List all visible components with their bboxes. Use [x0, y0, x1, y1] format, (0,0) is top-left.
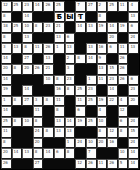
letter-cell-r15c3[interactable]: 13: [22, 148, 33, 159]
code-number: 1: [88, 76, 90, 81]
letter-cell-r9c6[interactable]: 16: [54, 85, 65, 96]
letter-cell-r12c10[interactable]: 10: [97, 117, 108, 128]
code-number: 26: [109, 160, 114, 165]
block-cell-r2c5: [43, 12, 54, 23]
code-number: 14: [77, 23, 82, 28]
letter-cell-r10c10[interactable]: 19: [97, 96, 108, 107]
letter-cell-r8c10[interactable]: 11: [97, 75, 108, 86]
letter-cell-r10c5[interactable]: 8: [43, 96, 54, 107]
block-cell-r11c13: [128, 106, 139, 117]
letter-cell-r1c5[interactable]: 26: [43, 1, 54, 12]
code-number: 18: [3, 23, 8, 28]
letter-cell-r2c6[interactable]: 16Б: [54, 12, 65, 23]
block-cell-r6c4: [33, 54, 44, 65]
letter-cell-r1c12[interactable]: 11: [118, 1, 129, 12]
letter-cell-r3c4[interactable]: 8: [33, 22, 44, 33]
code-number: 15: [109, 65, 114, 70]
letter-cell-r15c9[interactable]: 7: [86, 148, 97, 159]
letter-cell-r16c1[interactable]: 26: [1, 159, 12, 170]
code-number: 11: [99, 160, 104, 165]
block-cell-r2c9: [86, 12, 97, 23]
block-cell-r3c7: [65, 22, 76, 33]
letter-cell-r8c12[interactable]: 26: [118, 75, 129, 86]
code-number: 12: [77, 160, 82, 165]
letter-cell-r14c1[interactable]: 8: [1, 138, 12, 149]
letter-cell-r7c4[interactable]: 26: [33, 64, 44, 75]
code-number: 1: [67, 139, 69, 144]
block-cell-r14c6: [54, 138, 65, 149]
letter-cell-r6c5[interactable]: 13: [43, 54, 54, 65]
code-number: 11: [99, 76, 104, 81]
letter-cell-r14c8[interactable]: 24: [75, 138, 86, 149]
letter-cell-r15c6[interactable]: 6: [54, 148, 65, 159]
block-cell-r11c5: [43, 106, 54, 117]
letter-cell-r5c5[interactable]: 26: [43, 43, 54, 54]
block-cell-r6c2: [12, 54, 23, 65]
letter-cell-r4c1[interactable]: 8: [1, 33, 12, 44]
letter-cell-r1c8[interactable]: 7: [75, 1, 86, 12]
given-letter: Б: [55, 14, 64, 21]
block-cell-r16c5: [43, 159, 54, 170]
code-number: 13: [56, 128, 61, 133]
code-number: 14: [3, 107, 8, 112]
code-number: 26: [35, 65, 40, 70]
code-number: 25: [77, 86, 82, 91]
letter-cell-r16c9[interactable]: 26: [86, 159, 97, 170]
letter-cell-r1c13[interactable]: 4: [128, 1, 139, 12]
letter-cell-r11c12[interactable]: 12: [118, 106, 129, 117]
letter-cell-r8c6[interactable]: 8: [54, 75, 65, 86]
code-number: 19: [120, 23, 125, 28]
code-number: 1: [56, 44, 58, 49]
code-number: 3: [67, 65, 69, 70]
letter-cell-r5c3[interactable]: 8: [22, 43, 33, 54]
letter-cell-r13c5[interactable]: 8: [43, 127, 54, 138]
letter-cell-r10c1[interactable]: 1: [1, 96, 12, 107]
letter-cell-r8c1[interactable]: 14: [1, 75, 12, 86]
letter-cell-r10c11[interactable]: 22: [107, 96, 118, 107]
letter-cell-r3c2[interactable]: 25: [12, 22, 23, 33]
block-cell-r14c12: [118, 138, 129, 149]
letter-cell-r1c10[interactable]: 2: [97, 1, 108, 12]
code-number: 7: [88, 149, 90, 154]
code-number: 26: [120, 76, 125, 81]
letter-cell-r10c4[interactable]: 3: [33, 96, 44, 107]
block-cell-r13c3: [22, 127, 33, 138]
code-number: 14: [109, 86, 114, 91]
letter-cell-r8c11[interactable]: 23: [107, 75, 118, 86]
code-number: 6: [120, 118, 122, 123]
code-number: 14: [3, 76, 8, 81]
letter-cell-r1c6[interactable]: 25: [54, 1, 65, 12]
block-cell-r4c4: [33, 33, 44, 44]
letter-cell-r15c2[interactable]: 14: [12, 148, 23, 159]
block-cell-r13c9: [86, 127, 97, 138]
letter-cell-r5c12[interactable]: 11: [118, 43, 129, 54]
letter-cell-r1c11[interactable]: 25: [107, 1, 118, 12]
code-number: 26: [45, 2, 50, 7]
code-number: 26: [120, 55, 125, 60]
letter-cell-r4c3[interactable]: 13: [22, 33, 33, 44]
letter-cell-r15c5[interactable]: 14: [43, 148, 54, 159]
letter-cell-r3c1[interactable]: 18: [1, 22, 12, 33]
block-cell-r6c6: [54, 54, 65, 65]
letter-cell-r8c5[interactable]: 10: [43, 75, 54, 86]
letter-cell-r13c12[interactable]: 8: [118, 127, 129, 138]
letter-cell-r12c1[interactable]: 25: [1, 117, 12, 128]
block-cell-r4c9: [86, 33, 97, 44]
letter-cell-r16c10[interactable]: 11: [97, 159, 108, 170]
letter-cell-r12c6[interactable]: 13: [54, 117, 65, 128]
code-number: 8: [3, 139, 5, 144]
block-cell-r9c10: [97, 85, 108, 96]
letter-cell-r14c13[interactable]: 24: [128, 138, 139, 149]
letter-cell-r3c13[interactable]: 6: [128, 22, 139, 33]
code-number: 19: [99, 97, 104, 102]
code-number: 8: [77, 55, 79, 60]
code-number: 3: [3, 44, 5, 49]
code-number: 14: [67, 118, 72, 123]
code-number: 23: [67, 76, 72, 81]
code-number: 13: [99, 65, 104, 70]
code-number: 8: [14, 118, 16, 123]
code-number: 12: [3, 2, 8, 7]
code-number: 14: [130, 160, 135, 165]
letter-cell-r4c11[interactable]: 20: [107, 33, 118, 44]
code-number: 13: [67, 44, 72, 49]
letter-cell-r6c9[interactable]: 14: [86, 54, 97, 65]
block-cell-r12c11: [107, 117, 118, 128]
letter-cell-r12c4[interactable]: 8: [33, 117, 44, 128]
letter-cell-r5c7[interactable]: 13: [65, 43, 76, 54]
letter-cell-r10c9[interactable]: 25: [86, 96, 97, 107]
code-number: 16: [99, 44, 104, 49]
letter-cell-r7c11[interactable]: 15: [107, 64, 118, 75]
given-letter: Ы: [66, 14, 75, 21]
letter-cell-r7c5[interactable]: 21: [43, 64, 54, 75]
block-cell-r7c13: [128, 64, 139, 75]
block-cell-r11c2: [12, 106, 23, 117]
letter-cell-r12c8[interactable]: 19: [75, 117, 86, 128]
code-number: 26: [45, 44, 50, 49]
letter-cell-r1c4[interactable]: 14: [33, 1, 44, 12]
code-number: 13: [45, 55, 50, 60]
letter-cell-r10c12[interactable]: 4: [118, 96, 129, 107]
letter-cell-r11c4[interactable]: 11: [33, 106, 44, 117]
block-cell-r8c4: [33, 75, 44, 86]
code-number: 20: [35, 139, 40, 144]
block-cell-r16c6: [54, 159, 65, 170]
letter-cell-r5c13[interactable]: 13: [128, 43, 139, 54]
letter-cell-r4c6[interactable]: 13: [54, 33, 65, 44]
letter-cell-r6c12[interactable]: 26: [118, 54, 129, 65]
code-number: 10: [88, 139, 93, 144]
code-number: 8: [14, 65, 16, 70]
block-cell-r16c3: [22, 159, 33, 170]
letter-cell-r9c11[interactable]: 14: [107, 85, 118, 96]
letter-cell-r8c7[interactable]: 23: [65, 75, 76, 86]
block-cell-r11c11: [107, 106, 118, 117]
code-number: 23: [24, 2, 29, 7]
code-number: 8: [99, 128, 101, 133]
code-number: 8: [35, 23, 37, 28]
code-number: 24: [130, 139, 135, 144]
code-number: 25: [14, 2, 19, 7]
letter-cell-r7c12[interactable]: 26: [118, 64, 129, 75]
letter-cell-r12c13[interactable]: 24: [128, 117, 139, 128]
letter-cell-r5c4[interactable]: 11: [33, 43, 44, 54]
letter-cell-r7c7[interactable]: 3: [65, 64, 76, 75]
letter-cell-r11c10[interactable]: 4: [97, 106, 108, 117]
letter-cell-r6c3[interactable]: 27: [22, 54, 33, 65]
letter-cell-r12c3[interactable]: 10: [22, 117, 33, 128]
letter-cell-r9c7[interactable]: 8: [65, 85, 76, 96]
letter-cell-r7c3[interactable]: 20: [22, 64, 33, 75]
letter-cell-r13c7[interactable]: 13: [65, 127, 76, 138]
letter-cell-r4c7[interactable]: 6: [65, 33, 76, 44]
letter-cell-r14c4[interactable]: 20: [33, 138, 44, 149]
code-number: 6: [130, 23, 132, 28]
letter-cell-r14c10[interactable]: 20: [97, 138, 108, 149]
letter-cell-r10c3[interactable]: 27: [22, 96, 33, 107]
block-cell-r9c2: [12, 85, 23, 96]
code-number: 14: [45, 149, 50, 154]
letter-cell-r9c8[interactable]: 25: [75, 85, 86, 96]
letter-cell-r2c7[interactable]: 21Ы: [65, 12, 76, 23]
letter-cell-r12c7[interactable]: 14: [65, 117, 76, 128]
block-cell-r5c8: [75, 43, 86, 54]
block-cell-r12c5: [43, 117, 54, 128]
code-number: 25: [3, 118, 8, 123]
code-number: 24: [130, 118, 135, 123]
code-number: 20: [24, 65, 29, 70]
letter-cell-r11c6[interactable]: 8: [54, 106, 65, 117]
letter-cell-r2c10[interactable]: 8: [97, 12, 108, 23]
block-cell-r4c12: [118, 33, 129, 44]
code-number: 26: [120, 65, 125, 70]
codeword-grid: 12252314262572722511481416Б21Ы4Т81318251…: [0, 0, 140, 170]
code-number: 26: [88, 160, 93, 165]
letter-cell-r12c12[interactable]: 6: [118, 117, 129, 128]
code-number: 14: [130, 149, 135, 154]
letter-cell-r3c10[interactable]: 19: [97, 22, 108, 33]
code-number: 13: [56, 118, 61, 123]
letter-cell-r14c7[interactable]: 1: [65, 138, 76, 149]
code-number: 26: [3, 160, 8, 165]
letter-cell-r15c1[interactable]: 20: [1, 148, 12, 159]
letter-cell-r1c1[interactable]: 12: [1, 1, 12, 12]
letter-cell-r5c1[interactable]: 3: [1, 43, 12, 54]
letter-cell-r14c9[interactable]: 10: [86, 138, 97, 149]
letter-cell-r3c12[interactable]: 19: [118, 22, 129, 33]
code-number: 8: [3, 13, 5, 18]
code-number: 8: [14, 97, 16, 102]
letter-cell-r8c9[interactable]: 1: [86, 75, 97, 86]
letter-cell-r15c4[interactable]: 8: [33, 148, 44, 159]
code-number: 8: [35, 118, 37, 123]
letter-cell-r5c2[interactable]: 13: [12, 43, 23, 54]
letter-cell-r13c10[interactable]: 8: [97, 127, 108, 138]
letter-cell-r10c8[interactable]: 11: [75, 96, 86, 107]
code-number: 8: [120, 128, 122, 133]
letter-cell-r3c5[interactable]: 23: [43, 22, 54, 33]
code-number: 16: [56, 86, 61, 91]
letter-cell-r9c9[interactable]: 23: [86, 85, 97, 96]
letter-cell-r9c1[interactable]: 19: [1, 85, 12, 96]
letter-cell-r11c1[interactable]: 14: [1, 106, 12, 117]
letter-cell-r3c11[interactable]: 14: [107, 22, 118, 33]
code-number: 14: [24, 86, 29, 91]
block-cell-r4c10: [97, 33, 108, 44]
letter-cell-r4c13[interactable]: 24: [128, 33, 139, 44]
letter-cell-r7c1[interactable]: 20: [1, 64, 12, 75]
code-number: 6: [77, 107, 79, 112]
code-number: 24: [130, 34, 135, 39]
code-number: 20: [3, 65, 8, 70]
letter-cell-r11c8[interactable]: 6: [75, 106, 86, 117]
letter-cell-r2c8[interactable]: 4Т: [75, 12, 86, 23]
block-cell-r10c7: [65, 96, 76, 107]
code-number: 13: [56, 34, 61, 39]
code-number: 8: [24, 44, 26, 49]
code-number: 25: [14, 23, 19, 28]
letter-cell-r3c3[interactable]: 10: [22, 22, 33, 33]
letter-cell-r15c12[interactable]: 10: [118, 148, 129, 159]
code-number: 23: [88, 86, 93, 91]
letter-cell-r5c6[interactable]: 1: [54, 43, 65, 54]
code-number: 10: [24, 23, 29, 28]
block-cell-r4c5: [43, 33, 54, 44]
code-number: 27: [24, 55, 29, 60]
letter-cell-r6c10[interactable]: 9: [97, 54, 108, 65]
code-number: 8: [56, 76, 58, 81]
letter-cell-r3c8[interactable]: 14: [75, 22, 86, 33]
code-number: 4: [120, 97, 122, 102]
letter-cell-r2c3[interactable]: 14: [22, 12, 33, 23]
letter-cell-r12c9[interactable]: 25: [86, 117, 97, 128]
letter-cell-r6c1[interactable]: 14: [1, 54, 12, 65]
code-number: 23: [130, 86, 135, 91]
block-cell-r14c3: [22, 138, 33, 149]
letter-cell-r8c13[interactable]: 6: [128, 75, 139, 86]
letter-cell-r10c2[interactable]: 8: [12, 96, 23, 107]
letter-cell-r3c9[interactable]: 13: [86, 22, 97, 33]
code-number: 7: [77, 2, 79, 7]
block-cell-r14c2: [12, 138, 23, 149]
block-cell-r9c12: [118, 85, 129, 96]
code-number: 12: [109, 128, 114, 133]
letter-cell-r15c7[interactable]: 8: [65, 148, 76, 159]
code-number: 21: [56, 23, 61, 28]
block-cell-r7c8: [75, 64, 86, 75]
code-number: 9: [99, 55, 101, 60]
block-cell-r2c4: [33, 12, 44, 23]
code-number: 3: [35, 97, 37, 102]
block-cell-r9c4: [33, 85, 44, 96]
letter-cell-r6c8[interactable]: 8: [75, 54, 86, 65]
code-number: 14: [3, 55, 8, 60]
code-number: 4: [130, 2, 132, 7]
letter-cell-r13c13[interactable]: 15: [128, 127, 139, 138]
code-number: 19: [77, 118, 82, 123]
code-number: 25: [88, 97, 93, 102]
letter-cell-r1c2[interactable]: 25: [12, 1, 23, 12]
letter-cell-r12c2[interactable]: 8: [12, 117, 23, 128]
letter-cell-r7c10[interactable]: 13: [97, 64, 108, 75]
code-number: 24: [77, 139, 82, 144]
code-number: 10: [45, 76, 50, 81]
code-number: 16: [109, 139, 114, 144]
code-number: 8: [3, 34, 5, 39]
letter-cell-r16c8[interactable]: 12: [75, 159, 86, 170]
letter-cell-r1c3[interactable]: 23: [22, 1, 33, 12]
letter-cell-r15c13[interactable]: 14: [128, 148, 139, 159]
letter-cell-r10c13[interactable]: 20: [128, 96, 139, 107]
code-number: 27: [35, 160, 40, 165]
code-number: 6: [130, 76, 132, 81]
block-cell-r2c2: [12, 12, 23, 23]
code-number: 20: [130, 97, 135, 102]
letter-cell-r13c11[interactable]: 12: [107, 127, 118, 138]
block-cell-r4c8: [75, 33, 86, 44]
code-number: 13: [67, 128, 72, 133]
letter-cell-r5c9[interactable]: 13: [86, 43, 97, 54]
letter-cell-r6c7[interactable]: 2: [65, 54, 76, 65]
code-number: 8: [45, 128, 47, 133]
letter-cell-r7c2[interactable]: 8: [12, 64, 23, 75]
block-cell-r15c11: [107, 148, 118, 159]
code-number: 8: [67, 86, 69, 91]
block-cell-r1c7: [65, 1, 76, 12]
letter-cell-r16c13[interactable]: 14: [128, 159, 139, 170]
block-cell-r6c13: [128, 54, 139, 65]
letter-cell-r10c6[interactable]: 11: [54, 96, 65, 107]
letter-cell-r16c12[interactable]: 5: [118, 159, 129, 170]
letter-cell-r5c11[interactable]: 6: [107, 43, 118, 54]
code-number: 1: [3, 97, 5, 102]
block-cell-r13c2: [12, 127, 23, 138]
letter-cell-r13c6[interactable]: 13: [54, 127, 65, 138]
block-cell-r7c9: [86, 64, 97, 75]
block-cell-r2c12: [118, 12, 129, 23]
code-number: 13: [24, 34, 29, 39]
code-number: 23: [109, 76, 114, 81]
code-number: 14: [35, 2, 40, 7]
letter-cell-r9c13[interactable]: 23: [128, 85, 139, 96]
letter-cell-r14c11[interactable]: 16: [107, 138, 118, 149]
code-number: 20: [3, 149, 8, 154]
letter-cell-r16c4[interactable]: 27: [33, 159, 44, 170]
given-letter: Т: [76, 14, 85, 21]
letter-cell-r1c9[interactable]: 27: [86, 1, 97, 12]
letter-cell-r3c6[interactable]: 21: [54, 22, 65, 33]
letter-cell-r2c1[interactable]: 8: [1, 12, 12, 23]
code-number: 13: [130, 13, 135, 18]
code-number: 6: [67, 34, 69, 39]
letter-cell-r5c10[interactable]: 16: [97, 43, 108, 54]
block-cell-r11c3: [22, 106, 33, 117]
letter-cell-r16c11[interactable]: 26: [107, 159, 118, 170]
letter-cell-r13c4[interactable]: 24: [33, 127, 44, 138]
code-number: 13: [14, 44, 19, 49]
code-number: 13: [88, 44, 93, 49]
code-number: 14: [24, 13, 29, 18]
letter-cell-r2c13[interactable]: 13: [128, 12, 139, 23]
code-number: 11: [56, 97, 61, 102]
letter-cell-r13c1[interactable]: 11: [1, 127, 12, 138]
block-cell-r11c7: [65, 106, 76, 117]
letter-cell-r9c3[interactable]: 14: [22, 85, 33, 96]
